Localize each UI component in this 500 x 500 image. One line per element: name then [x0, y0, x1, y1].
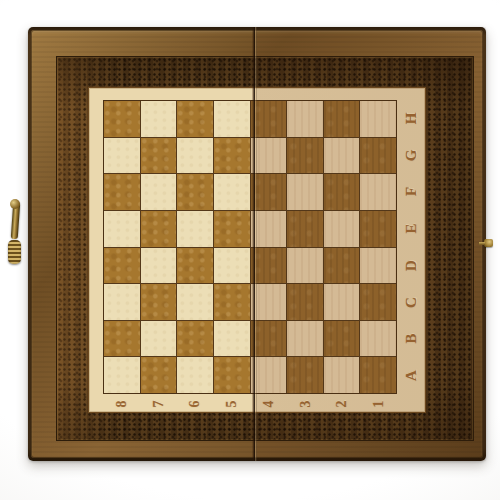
file-label-d: D: [403, 260, 420, 271]
file-label-cell: G: [397, 137, 426, 174]
square-b7[interactable]: [141, 321, 177, 357]
square-b8[interactable]: [104, 321, 140, 357]
file-labels: HGFEDCBA: [397, 100, 426, 394]
rank-label-5: 5: [224, 400, 240, 407]
rank-label-7: 7: [150, 400, 166, 407]
square-d5[interactable]: [214, 248, 250, 284]
rank-label-2: 2: [334, 400, 350, 407]
square-a3[interactable]: [287, 357, 323, 393]
brass-latch-barrel[interactable]: [8, 240, 21, 264]
file-label-b: B: [403, 334, 420, 344]
file-label-cell: C: [397, 284, 426, 321]
file-label-cell: H: [397, 100, 426, 137]
square-d7[interactable]: [141, 248, 177, 284]
square-f3[interactable]: [287, 174, 323, 210]
square-c5[interactable]: [214, 284, 250, 320]
rank-label-4: 4: [260, 400, 276, 407]
square-b2[interactable]: [324, 321, 360, 357]
square-c2[interactable]: [324, 284, 360, 320]
file-label-cell: D: [397, 247, 426, 284]
square-a7[interactable]: [141, 357, 177, 393]
square-c8[interactable]: [104, 284, 140, 320]
square-h7[interactable]: [141, 101, 177, 137]
square-c6[interactable]: [177, 284, 213, 320]
file-label-cell: B: [397, 321, 426, 358]
square-g2[interactable]: [324, 138, 360, 174]
file-label-g: G: [403, 149, 420, 161]
file-label-h: H: [403, 113, 420, 125]
square-c3[interactable]: [287, 284, 323, 320]
rank-label-8: 8: [113, 400, 129, 407]
square-e8[interactable]: [104, 211, 140, 247]
file-label-c: C: [403, 297, 420, 308]
rank-label-3: 3: [297, 400, 313, 407]
square-f5[interactable]: [214, 174, 250, 210]
square-f6[interactable]: [177, 174, 213, 210]
square-h1[interactable]: [360, 101, 396, 137]
photo-background: HGFEDCBA 87654321: [0, 0, 500, 500]
square-e6[interactable]: [177, 211, 213, 247]
square-c7[interactable]: [141, 284, 177, 320]
square-g8[interactable]: [104, 138, 140, 174]
rank-label-cell: 2: [324, 394, 361, 413]
square-h5[interactable]: [214, 101, 250, 137]
square-b5[interactable]: [214, 321, 250, 357]
brass-latch-knuckle-icon: [10, 199, 20, 209]
square-d6[interactable]: [177, 248, 213, 284]
square-b3[interactable]: [287, 321, 323, 357]
rank-label-1: 1: [371, 400, 387, 407]
rank-label-cell: 1: [360, 394, 397, 413]
rank-label-cell: 3: [287, 394, 324, 413]
fold-seam: [252, 27, 257, 461]
square-a6[interactable]: [177, 357, 213, 393]
square-f1[interactable]: [360, 174, 396, 210]
chess-grid: [103, 100, 397, 394]
square-e5[interactable]: [214, 211, 250, 247]
rank-label-cell: 6: [177, 394, 214, 413]
square-a5[interactable]: [214, 357, 250, 393]
square-f8[interactable]: [104, 174, 140, 210]
brass-pin: [484, 239, 493, 247]
square-f2[interactable]: [324, 174, 360, 210]
square-b6[interactable]: [177, 321, 213, 357]
rank-labels: 87654321: [103, 394, 397, 413]
square-a1[interactable]: [360, 357, 396, 393]
square-b1[interactable]: [360, 321, 396, 357]
square-e3[interactable]: [287, 211, 323, 247]
square-g1[interactable]: [360, 138, 396, 174]
square-h3[interactable]: [287, 101, 323, 137]
square-g5[interactable]: [214, 138, 250, 174]
file-label-f: F: [403, 187, 420, 196]
square-g7[interactable]: [141, 138, 177, 174]
square-d2[interactable]: [324, 248, 360, 284]
rank-label-6: 6: [187, 400, 203, 407]
file-label-cell: A: [397, 357, 426, 394]
square-h6[interactable]: [177, 101, 213, 137]
square-e1[interactable]: [360, 211, 396, 247]
file-label-cell: E: [397, 210, 426, 247]
square-e2[interactable]: [324, 211, 360, 247]
square-d8[interactable]: [104, 248, 140, 284]
square-h8[interactable]: [104, 101, 140, 137]
rank-label-cell: 7: [140, 394, 177, 413]
chess-box: HGFEDCBA 87654321: [28, 27, 486, 461]
square-d3[interactable]: [287, 248, 323, 284]
square-g6[interactable]: [177, 138, 213, 174]
rank-label-cell: 8: [103, 394, 140, 413]
file-label-e: E: [403, 224, 420, 234]
square-a8[interactable]: [104, 357, 140, 393]
rank-label-cell: 5: [213, 394, 250, 413]
square-e7[interactable]: [141, 211, 177, 247]
square-a2[interactable]: [324, 357, 360, 393]
square-d1[interactable]: [360, 248, 396, 284]
file-label-a: A: [403, 370, 420, 381]
square-g3[interactable]: [287, 138, 323, 174]
square-h2[interactable]: [324, 101, 360, 137]
file-label-cell: F: [397, 174, 426, 211]
square-c1[interactable]: [360, 284, 396, 320]
square-f7[interactable]: [141, 174, 177, 210]
